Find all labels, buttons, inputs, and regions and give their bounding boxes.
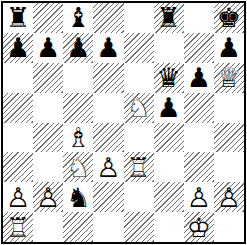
black-piece-body: ♞ <box>66 184 90 211</box>
square-f8[interactable]: ♜ <box>154 3 184 33</box>
white-king-g1: ♚♔ <box>184 212 214 242</box>
square-e6[interactable] <box>124 63 154 93</box>
square-c2[interactable]: ♞ <box>63 182 93 212</box>
square-e1[interactable] <box>124 212 154 242</box>
square-a1[interactable]: ♜♖ <box>3 212 33 242</box>
black-rook-f8: ♜ <box>154 3 184 33</box>
black-queen-f6: ♛ <box>154 63 184 93</box>
black-pawn-f5: ♟ <box>154 93 184 123</box>
square-f4[interactable] <box>154 123 184 153</box>
black-piece-body: ♟ <box>157 94 181 121</box>
black-piece-body: ♚ <box>217 4 241 31</box>
white-rook-a1: ♜♖ <box>3 212 33 242</box>
black-rook-a8: ♜ <box>3 3 33 33</box>
black-piece-body: ♟ <box>96 34 120 61</box>
black-pawn-g6: ♟ <box>184 63 214 93</box>
square-d8[interactable] <box>93 3 123 33</box>
square-b7[interactable]: ♟ <box>33 33 63 63</box>
black-pawn-b7: ♟ <box>33 33 63 63</box>
black-knight-c2: ♞ <box>63 182 93 212</box>
square-a3[interactable] <box>3 152 33 182</box>
square-h7[interactable]: ♟ <box>214 33 244 63</box>
square-b2[interactable]: ♟♙ <box>33 182 63 212</box>
square-e7[interactable] <box>124 33 154 63</box>
black-piece-body: ♝ <box>66 4 90 31</box>
square-a8[interactable]: ♜ <box>3 3 33 33</box>
square-c6[interactable] <box>63 63 93 93</box>
square-g4[interactable] <box>184 123 214 153</box>
square-f5[interactable]: ♟ <box>154 93 184 123</box>
square-g7[interactable] <box>184 33 214 63</box>
square-e5[interactable]: ♞♘ <box>124 93 154 123</box>
white-pawn-b2: ♟♙ <box>33 182 63 212</box>
chess-board-frame: ♜♝♜♚♟♟♟♟♟♛♟♛♕♞♘♟♝♗♞♘♟♙♜♖♟♙♟♙♞♟♙♟♙♜♖♚♔ <box>1 1 246 244</box>
square-b8[interactable] <box>33 3 63 33</box>
square-f1[interactable] <box>154 212 184 242</box>
square-g6[interactable]: ♟ <box>184 63 214 93</box>
white-piece-outline: ♖ <box>126 154 150 181</box>
square-h8[interactable]: ♚ <box>214 3 244 33</box>
white-piece-outline: ♙ <box>217 184 241 211</box>
white-rook-e3: ♜♖ <box>124 152 154 182</box>
square-f7[interactable] <box>154 33 184 63</box>
square-c7[interactable]: ♟ <box>63 33 93 63</box>
square-h2[interactable]: ♟♙ <box>214 182 244 212</box>
black-bishop-c8: ♝ <box>63 3 93 33</box>
square-d3[interactable]: ♟♙ <box>93 152 123 182</box>
square-e8[interactable] <box>124 3 154 33</box>
white-pawn-g2: ♟♙ <box>184 182 214 212</box>
black-piece-body: ♜ <box>6 4 30 31</box>
white-queen-h6: ♛♕ <box>214 63 244 93</box>
black-piece-body: ♟ <box>6 34 30 61</box>
black-piece-body: ♟ <box>36 34 60 61</box>
black-pawn-a7: ♟ <box>3 33 33 63</box>
square-a7[interactable]: ♟ <box>3 33 33 63</box>
square-b5[interactable] <box>33 93 63 123</box>
square-c1[interactable] <box>63 212 93 242</box>
square-h5[interactable] <box>214 93 244 123</box>
square-b1[interactable] <box>33 212 63 242</box>
white-pawn-h2: ♟♙ <box>214 182 244 212</box>
white-piece-outline: ♙ <box>6 184 30 211</box>
black-piece-body: ♟ <box>217 34 241 61</box>
square-e4[interactable] <box>124 123 154 153</box>
square-d6[interactable] <box>93 63 123 93</box>
black-piece-body: ♜ <box>157 4 181 31</box>
chess-board: ♜♝♜♚♟♟♟♟♟♛♟♛♕♞♘♟♝♗♞♘♟♙♜♖♟♙♟♙♞♟♙♟♙♜♖♚♔ <box>3 3 244 242</box>
white-bishop-c4: ♝♗ <box>63 123 93 153</box>
black-pawn-d7: ♟ <box>93 33 123 63</box>
black-piece-body: ♟ <box>187 64 211 91</box>
square-a5[interactable] <box>3 93 33 123</box>
white-piece-outline: ♗ <box>66 124 90 151</box>
square-b6[interactable] <box>33 63 63 93</box>
square-h1[interactable] <box>214 212 244 242</box>
black-king-h8: ♚ <box>214 3 244 33</box>
white-piece-outline: ♙ <box>36 184 60 211</box>
white-pawn-d3: ♟♙ <box>93 152 123 182</box>
square-b3[interactable] <box>33 152 63 182</box>
square-f2[interactable] <box>154 182 184 212</box>
square-a2[interactable]: ♟♙ <box>3 182 33 212</box>
square-g5[interactable] <box>184 93 214 123</box>
white-piece-outline: ♕ <box>217 64 241 91</box>
square-g2[interactable]: ♟♙ <box>184 182 214 212</box>
square-d4[interactable] <box>93 123 123 153</box>
square-c3[interactable]: ♞♘ <box>63 152 93 182</box>
square-f6[interactable]: ♛ <box>154 63 184 93</box>
square-c4[interactable]: ♝♗ <box>63 123 93 153</box>
white-knight-e5: ♞♘ <box>124 93 154 123</box>
white-piece-outline: ♙ <box>187 184 211 211</box>
square-d5[interactable] <box>93 93 123 123</box>
square-d2[interactable] <box>93 182 123 212</box>
black-piece-body: ♟ <box>66 34 90 61</box>
square-a4[interactable] <box>3 123 33 153</box>
white-pawn-a2: ♟♙ <box>3 182 33 212</box>
white-knight-c3: ♞♘ <box>63 152 93 182</box>
square-c8[interactable]: ♝ <box>63 3 93 33</box>
white-piece-outline: ♘ <box>66 154 90 181</box>
square-e3[interactable]: ♜♖ <box>124 152 154 182</box>
square-g1[interactable]: ♚♔ <box>184 212 214 242</box>
square-b4[interactable] <box>33 123 63 153</box>
square-a6[interactable] <box>3 63 33 93</box>
square-h4[interactable] <box>214 123 244 153</box>
square-h3[interactable] <box>214 152 244 182</box>
black-pawn-c7: ♟ <box>63 33 93 63</box>
square-d7[interactable]: ♟ <box>93 33 123 63</box>
white-piece-outline: ♔ <box>187 214 211 241</box>
black-pawn-h7: ♟ <box>214 33 244 63</box>
white-piece-outline: ♖ <box>6 214 30 241</box>
square-g3[interactable] <box>184 152 214 182</box>
square-c5[interactable] <box>63 93 93 123</box>
white-piece-outline: ♙ <box>96 154 120 181</box>
square-e2[interactable] <box>124 182 154 212</box>
white-piece-outline: ♘ <box>126 94 150 121</box>
square-f3[interactable] <box>154 152 184 182</box>
black-piece-body: ♛ <box>157 64 181 91</box>
square-g8[interactable] <box>184 3 214 33</box>
square-h6[interactable]: ♛♕ <box>214 63 244 93</box>
square-d1[interactable] <box>93 212 123 242</box>
